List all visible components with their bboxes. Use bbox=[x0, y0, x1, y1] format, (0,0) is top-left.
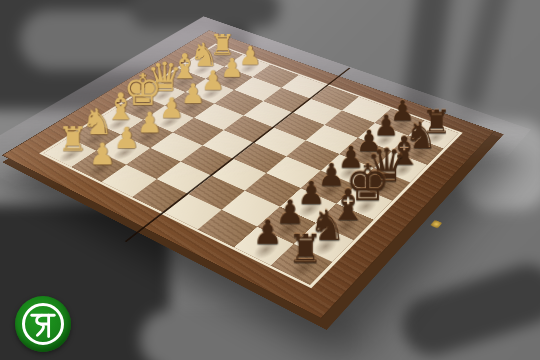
pawn-glyph: ♟ bbox=[159, 94, 184, 122]
chess-photo-stage: ♜♞♝♚♛♝♞♜♟♟♟♟♟♟♟♟♟♟♟♟♟♟♟♟♜♞♝♚♛♝♞♜ bbox=[0, 0, 540, 360]
rook-glyph: ♜ bbox=[58, 122, 88, 156]
logo-white-ring bbox=[22, 303, 64, 345]
square-g3 bbox=[126, 148, 180, 179]
devanagari-sa-icon bbox=[28, 309, 58, 339]
pawn-glyph: ♟ bbox=[88, 140, 115, 170]
square-h3 bbox=[101, 164, 156, 197]
pawn-glyph: ♟ bbox=[113, 124, 139, 153]
pawn-glyph: ♟ bbox=[252, 216, 282, 250]
chess-squares-grid: ♜♞♝♚♛♝♞♜♟♟♟♟♟♟♟♟♟♟♟♟♟♟♟♟♜♞♝♚♛♝♞♜ bbox=[39, 43, 463, 288]
green-sa-logo bbox=[15, 296, 71, 352]
brass-latch bbox=[430, 220, 442, 229]
board-3d-scene: ♜♞♝♚♛♝♞♜♟♟♟♟♟♟♟♟♟♟♟♟♟♟♟♟♜♞♝♚♛♝♞♜ bbox=[0, 0, 540, 360]
pawn-glyph: ♟ bbox=[137, 109, 163, 138]
rook-glyph: ♜ bbox=[288, 229, 323, 268]
chess-board: ♜♞♝♚♛♝♞♜♟♟♟♟♟♟♟♟♟♟♟♟♟♟♟♟♜♞♝♚♛♝♞♜ bbox=[2, 30, 495, 319]
